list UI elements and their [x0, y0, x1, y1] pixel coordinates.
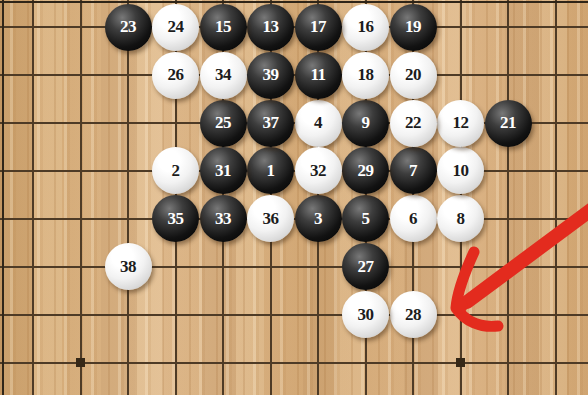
- stone-25: 25: [200, 100, 247, 147]
- stone-33: 33: [200, 195, 247, 242]
- stone-number: 9: [362, 113, 370, 133]
- stone-number: 28: [405, 305, 421, 325]
- stone-number: 30: [358, 305, 374, 325]
- stone-30: 30: [342, 291, 389, 338]
- grid-line-v-11: [507, 0, 509, 395]
- stone-number: 6: [409, 209, 417, 229]
- stone-29: 29: [342, 147, 389, 194]
- stone-26: 26: [152, 52, 199, 99]
- stone-34: 34: [200, 52, 247, 99]
- stone-21: 21: [485, 100, 532, 147]
- stone-8: 8: [437, 195, 484, 242]
- stone-number: 31: [215, 161, 231, 181]
- stone-number: 22: [405, 113, 421, 133]
- stone-2: 2: [152, 147, 199, 194]
- stone-15: 15: [200, 4, 247, 51]
- grid-line-h-7: [0, 314, 588, 316]
- stone-number: 23: [120, 17, 136, 37]
- stone-number: 18: [358, 65, 374, 85]
- stone-27: 27: [342, 243, 389, 290]
- stone-number: 29: [358, 161, 374, 181]
- stone-number: 20: [405, 65, 421, 85]
- stone-number: 2: [172, 161, 180, 181]
- stone-6: 6: [390, 195, 437, 242]
- stone-number: 13: [263, 17, 279, 37]
- stone-38: 38: [105, 243, 152, 290]
- stone-number: 3: [314, 209, 322, 229]
- stone-number: 27: [358, 257, 374, 277]
- stone-number: 7: [409, 161, 417, 181]
- grid-line-h-8: [0, 362, 588, 364]
- stone-number: 35: [168, 209, 184, 229]
- stone-number: 17: [310, 17, 326, 37]
- stone-23: 23: [105, 4, 152, 51]
- stone-22: 22: [390, 100, 437, 147]
- stone-13: 13: [247, 4, 294, 51]
- stone-number: 21: [500, 113, 516, 133]
- grid-line-h-6: [0, 266, 588, 268]
- stone-35: 35: [152, 195, 199, 242]
- stone-32: 32: [295, 147, 342, 194]
- stone-number: 38: [120, 257, 136, 277]
- stone-20: 20: [390, 52, 437, 99]
- stone-24: 24: [152, 4, 199, 51]
- star-point-2: [456, 358, 465, 367]
- grid-line-v-12: [555, 0, 557, 395]
- stone-39: 39: [247, 52, 294, 99]
- stone-16: 16: [342, 4, 389, 51]
- stone-number: 32: [310, 161, 326, 181]
- stone-12: 12: [437, 100, 484, 147]
- stone-number: 12: [453, 113, 469, 133]
- stone-number: 19: [405, 17, 421, 37]
- stone-number: 25: [215, 113, 231, 133]
- grid-line-v-1: [32, 0, 34, 395]
- stone-number: 26: [168, 65, 184, 85]
- stone-36: 36: [247, 195, 294, 242]
- video-frame: 1234567891011121315161718192021222324252…: [0, 0, 588, 395]
- grid-line-v-2: [80, 0, 82, 395]
- board-left-edge: [2, 0, 4, 395]
- stone-number: 4: [314, 113, 322, 133]
- stone-number: 16: [358, 17, 374, 37]
- stone-1: 1: [247, 147, 294, 194]
- stone-number: 15: [215, 17, 231, 37]
- stone-number: 36: [263, 209, 279, 229]
- stone-3: 3: [295, 195, 342, 242]
- stone-11: 11: [295, 52, 342, 99]
- stone-number: 24: [168, 17, 184, 37]
- stone-17: 17: [295, 4, 342, 51]
- stone-number: 39: [263, 65, 279, 85]
- stone-4: 4: [295, 100, 342, 147]
- stone-7: 7: [390, 147, 437, 194]
- stone-9: 9: [342, 100, 389, 147]
- stone-28: 28: [390, 291, 437, 338]
- stone-5: 5: [342, 195, 389, 242]
- stone-37: 37: [247, 100, 294, 147]
- stone-31: 31: [200, 147, 247, 194]
- star-point-1: [76, 358, 85, 367]
- stone-number: 37: [263, 113, 279, 133]
- stone-number: 34: [215, 65, 231, 85]
- stone-number: 11: [310, 65, 325, 85]
- stone-19: 19: [390, 4, 437, 51]
- stone-10: 10: [437, 147, 484, 194]
- stone-number: 33: [215, 209, 231, 229]
- stone-number: 5: [362, 209, 370, 229]
- board-top-edge: [0, 1, 588, 3]
- board-surface[interactable]: 1234567891011121315161718192021222324252…: [0, 0, 588, 395]
- grid-line-v-3: [127, 0, 129, 395]
- stone-18: 18: [342, 52, 389, 99]
- stone-number: 1: [267, 161, 275, 181]
- stone-number: 8: [457, 209, 465, 229]
- stone-number: 10: [453, 161, 469, 181]
